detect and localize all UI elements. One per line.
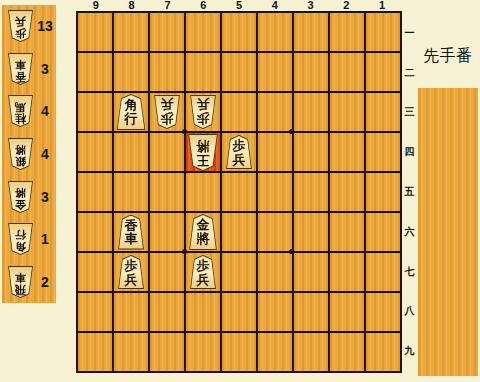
square-4六[interactable] bbox=[258, 213, 292, 251]
square-5三[interactable] bbox=[222, 93, 256, 131]
gote-hand-stand: 歩兵13香車3桂馬4銀將4金將3角行1飛車2 bbox=[2, 5, 56, 303]
square-9八[interactable] bbox=[78, 293, 112, 331]
hand-slot-pawn: 歩兵13 bbox=[2, 5, 56, 48]
square-8三[interactable]: 角行 bbox=[114, 93, 148, 131]
square-9九[interactable] bbox=[78, 333, 112, 371]
square-6五[interactable] bbox=[186, 173, 220, 211]
square-3三[interactable] bbox=[294, 93, 328, 131]
square-9七[interactable] bbox=[78, 253, 112, 291]
shogi-piece-銀將-gote[interactable]: 銀將 bbox=[7, 138, 34, 170]
square-5二[interactable] bbox=[222, 53, 256, 91]
hand-slot-bishop: 角行1 bbox=[2, 218, 56, 261]
square-9三[interactable] bbox=[78, 93, 112, 131]
piece-kanji: 歩兵 bbox=[153, 97, 181, 125]
square-5四[interactable]: 歩兵 bbox=[222, 133, 256, 171]
square-4四[interactable] bbox=[258, 133, 292, 171]
square-3五[interactable] bbox=[294, 173, 328, 211]
shogi-piece-歩兵-gote[interactable]: 歩兵 bbox=[7, 10, 34, 42]
shogi-piece-角行-gote[interactable]: 角行 bbox=[7, 223, 34, 255]
file-labels: 987654321 bbox=[78, 0, 400, 11]
hand-count-silver: 4 bbox=[34, 146, 56, 162]
square-2八[interactable] bbox=[330, 293, 364, 331]
square-1二[interactable] bbox=[366, 53, 400, 91]
piece-kanji: 王將 bbox=[187, 139, 219, 167]
shogi-board: 角行歩兵歩兵王將歩兵香車金將歩兵歩兵 bbox=[76, 11, 402, 373]
square-3七[interactable] bbox=[294, 253, 328, 291]
square-6九[interactable] bbox=[186, 333, 220, 371]
hand-count-gold: 3 bbox=[34, 189, 56, 205]
square-5五[interactable] bbox=[222, 173, 256, 211]
square-2一[interactable] bbox=[330, 13, 364, 51]
square-9二[interactable] bbox=[78, 53, 112, 91]
file-label-6: 6 bbox=[185, 0, 221, 11]
shogi-piece-歩兵-sente[interactable]: 歩兵 bbox=[189, 255, 217, 289]
file-label-3: 3 bbox=[293, 0, 329, 11]
hand-slot-rook: 飛車2 bbox=[2, 260, 56, 303]
square-4九[interactable] bbox=[258, 333, 292, 371]
square-2三[interactable] bbox=[330, 93, 364, 131]
square-1九[interactable] bbox=[366, 333, 400, 371]
square-7七[interactable] bbox=[150, 253, 184, 291]
hand-count-rook: 2 bbox=[34, 274, 56, 290]
piece-kanji: 歩兵 bbox=[7, 16, 34, 39]
square-2二[interactable] bbox=[330, 53, 364, 91]
square-9四[interactable] bbox=[78, 133, 112, 171]
square-3九[interactable] bbox=[294, 333, 328, 371]
square-6八[interactable] bbox=[186, 293, 220, 331]
file-label-9: 9 bbox=[78, 0, 114, 11]
piece-kanji: 歩兵 bbox=[117, 259, 145, 287]
square-7三[interactable]: 歩兵 bbox=[150, 93, 184, 131]
square-8九[interactable] bbox=[114, 333, 148, 371]
hand-count-knight: 4 bbox=[34, 103, 56, 119]
square-8五[interactable] bbox=[114, 173, 148, 211]
hand-slot-lance: 香車3 bbox=[2, 48, 56, 91]
sente-hand-stand bbox=[418, 88, 478, 376]
square-5一[interactable] bbox=[222, 13, 256, 51]
square-7一[interactable] bbox=[150, 13, 184, 51]
square-5八[interactable] bbox=[222, 293, 256, 331]
file-label-7: 7 bbox=[150, 0, 186, 11]
shogi-piece-金將-sente[interactable]: 金將 bbox=[188, 214, 218, 250]
shogi-piece-香車-gote[interactable]: 香車 bbox=[7, 53, 34, 85]
square-3四[interactable] bbox=[294, 133, 328, 171]
square-8七[interactable]: 歩兵 bbox=[114, 253, 148, 291]
square-3二[interactable] bbox=[294, 53, 328, 91]
hand-slot-silver: 銀將4 bbox=[2, 133, 56, 176]
rank-label-9: 九 bbox=[402, 331, 417, 371]
square-8二[interactable] bbox=[114, 53, 148, 91]
square-8四[interactable] bbox=[114, 133, 148, 171]
square-4一[interactable] bbox=[258, 13, 292, 51]
square-1三[interactable] bbox=[366, 93, 400, 131]
square-4八[interactable] bbox=[258, 293, 292, 331]
shogi-piece-飛車-gote[interactable]: 飛車 bbox=[7, 266, 34, 298]
square-3六[interactable] bbox=[294, 213, 328, 251]
square-9五[interactable] bbox=[78, 173, 112, 211]
file-label-1: 1 bbox=[364, 0, 400, 11]
rank-label-3: 三 bbox=[402, 93, 417, 133]
piece-kanji: 銀將 bbox=[7, 144, 34, 167]
piece-kanji: 角行 bbox=[116, 98, 147, 126]
square-7六[interactable] bbox=[150, 213, 184, 251]
star-point-1 bbox=[182, 129, 187, 134]
square-7四[interactable] bbox=[150, 133, 184, 171]
square-6一[interactable] bbox=[186, 13, 220, 51]
square-5七[interactable] bbox=[222, 253, 256, 291]
square-2九[interactable] bbox=[330, 333, 364, 371]
piece-kanji: 歩兵 bbox=[189, 259, 217, 287]
piece-kanji: 角行 bbox=[7, 229, 34, 252]
hand-count-bishop: 1 bbox=[34, 231, 56, 247]
square-6四-lastmove[interactable]: 王將 bbox=[186, 133, 220, 171]
square-2七[interactable] bbox=[330, 253, 364, 291]
shogi-piece-桂馬-gote[interactable]: 桂馬 bbox=[7, 95, 34, 127]
square-1四[interactable] bbox=[366, 133, 400, 171]
shogi-piece-金將-gote[interactable]: 金將 bbox=[7, 181, 34, 213]
rank-label-2: 二 bbox=[402, 53, 417, 93]
shogi-piece-歩兵-sente[interactable]: 歩兵 bbox=[225, 135, 253, 169]
file-label-8: 8 bbox=[114, 0, 150, 11]
shogi-piece-歩兵-gote[interactable]: 歩兵 bbox=[153, 95, 181, 129]
shogi-piece-歩兵-sente[interactable]: 歩兵 bbox=[117, 255, 145, 289]
rank-label-6: 六 bbox=[402, 212, 417, 252]
square-8八[interactable] bbox=[114, 293, 148, 331]
file-label-4: 4 bbox=[257, 0, 293, 11]
shogi-piece-香車-sente[interactable]: 香車 bbox=[117, 215, 145, 250]
square-8六[interactable]: 香車 bbox=[114, 213, 148, 251]
rank-label-5: 五 bbox=[402, 172, 417, 212]
turn-indicator: 先手番 bbox=[417, 46, 479, 67]
shogi-diagram-page: 歩兵13香車3桂馬4銀將4金將3角行1飛車2 987654321 角行歩兵歩兵王… bbox=[0, 0, 480, 382]
square-9六[interactable] bbox=[78, 213, 112, 251]
square-6六[interactable]: 金將 bbox=[186, 213, 220, 251]
rank-label-4: 四 bbox=[402, 132, 417, 172]
square-4七[interactable] bbox=[258, 253, 292, 291]
piece-kanji: 金將 bbox=[188, 218, 218, 246]
square-2六[interactable] bbox=[330, 213, 364, 251]
square-1七[interactable] bbox=[366, 253, 400, 291]
star-point-3 bbox=[182, 249, 187, 254]
square-1一[interactable] bbox=[366, 13, 400, 51]
hand-count-lance: 3 bbox=[34, 61, 56, 77]
square-6二[interactable] bbox=[186, 53, 220, 91]
square-1五[interactable] bbox=[366, 173, 400, 211]
square-4三[interactable] bbox=[258, 93, 292, 131]
star-point-2 bbox=[289, 129, 294, 134]
piece-kanji: 香車 bbox=[7, 59, 34, 82]
square-9一[interactable] bbox=[78, 13, 112, 51]
square-2四[interactable] bbox=[330, 133, 364, 171]
square-1八[interactable] bbox=[366, 293, 400, 331]
piece-kanji: 桂馬 bbox=[7, 101, 34, 124]
hand-count-pawn: 13 bbox=[34, 18, 56, 34]
square-7五[interactable] bbox=[150, 173, 184, 211]
square-7九[interactable] bbox=[150, 333, 184, 371]
shogi-piece-歩兵-gote[interactable]: 歩兵 bbox=[189, 95, 217, 129]
shogi-piece-王將-gote[interactable]: 王將 bbox=[187, 134, 219, 171]
piece-kanji: 香車 bbox=[117, 219, 145, 247]
square-7二[interactable] bbox=[150, 53, 184, 91]
piece-kanji: 金將 bbox=[7, 186, 34, 209]
piece-kanji: 歩兵 bbox=[189, 97, 217, 125]
square-3八[interactable] bbox=[294, 293, 328, 331]
hand-slot-gold: 金將3 bbox=[2, 175, 56, 218]
square-5六[interactable] bbox=[222, 213, 256, 251]
rank-label-1: 一 bbox=[402, 13, 417, 53]
square-6七[interactable]: 歩兵 bbox=[186, 253, 220, 291]
square-2五[interactable] bbox=[330, 173, 364, 211]
piece-kanji: 飛車 bbox=[7, 271, 34, 294]
rank-label-7: 七 bbox=[402, 252, 417, 292]
square-5九[interactable] bbox=[222, 333, 256, 371]
square-8一[interactable] bbox=[114, 13, 148, 51]
file-label-2: 2 bbox=[328, 0, 364, 11]
square-1六[interactable] bbox=[366, 213, 400, 251]
hand-slot-knight: 桂馬4 bbox=[2, 90, 56, 133]
shogi-piece-角行-sente[interactable]: 角行 bbox=[116, 94, 147, 130]
square-4二[interactable] bbox=[258, 53, 292, 91]
file-label-5: 5 bbox=[221, 0, 257, 11]
square-6三[interactable]: 歩兵 bbox=[186, 93, 220, 131]
square-3一[interactable] bbox=[294, 13, 328, 51]
rank-labels: 一二三四五六七八九 bbox=[402, 13, 417, 371]
board-grid: 角行歩兵歩兵王將歩兵香車金將歩兵歩兵 bbox=[76, 11, 402, 373]
square-4五[interactable] bbox=[258, 173, 292, 211]
rank-label-8: 八 bbox=[402, 291, 417, 331]
square-7八[interactable] bbox=[150, 293, 184, 331]
star-point-4 bbox=[289, 249, 294, 254]
piece-kanji: 歩兵 bbox=[225, 139, 253, 167]
